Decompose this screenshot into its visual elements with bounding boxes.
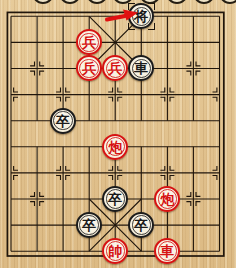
piece-black-soldier-c[interactable]: 卒 <box>76 212 102 238</box>
piece-grid[interactable]: 将兵兵兵車卒炮卒炮卒卒帥車 <box>0 3 232 264</box>
piece-black-general[interactable]: 将 <box>128 3 154 29</box>
piece-red-soldier-a[interactable]: 兵 <box>76 29 102 55</box>
piece-red-soldier-c[interactable]: 兵 <box>102 55 128 81</box>
piece-red-soldier-b[interactable]: 兵 <box>76 55 102 81</box>
piece-black-soldier-a[interactable]: 卒 <box>50 108 76 134</box>
piece-black-soldier-d[interactable]: 卒 <box>128 212 154 238</box>
piece-black-soldier-b[interactable]: 卒 <box>102 186 128 212</box>
piece-red-chariot[interactable]: 車 <box>154 238 180 264</box>
piece-red-cannon-a[interactable]: 炮 <box>102 134 128 160</box>
xiangqi-app-window: 将兵兵兵車卒炮卒炮卒卒帥車 <box>0 0 236 268</box>
piece-red-cannon-b[interactable]: 炮 <box>154 186 180 212</box>
piece-black-chariot[interactable]: 車 <box>128 55 154 81</box>
piece-red-general[interactable]: 帥 <box>102 238 128 264</box>
